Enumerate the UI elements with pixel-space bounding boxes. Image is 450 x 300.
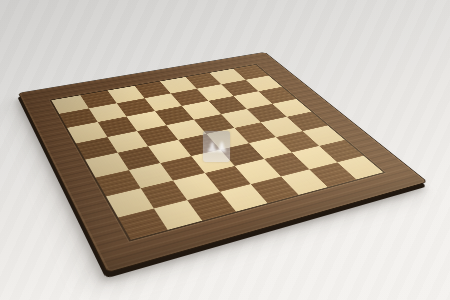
watermark-logo-icon: ♟♟ [206, 139, 225, 155]
photo-backdrop: ♟♟ [0, 0, 450, 300]
watermark: ♟♟ [203, 131, 230, 162]
